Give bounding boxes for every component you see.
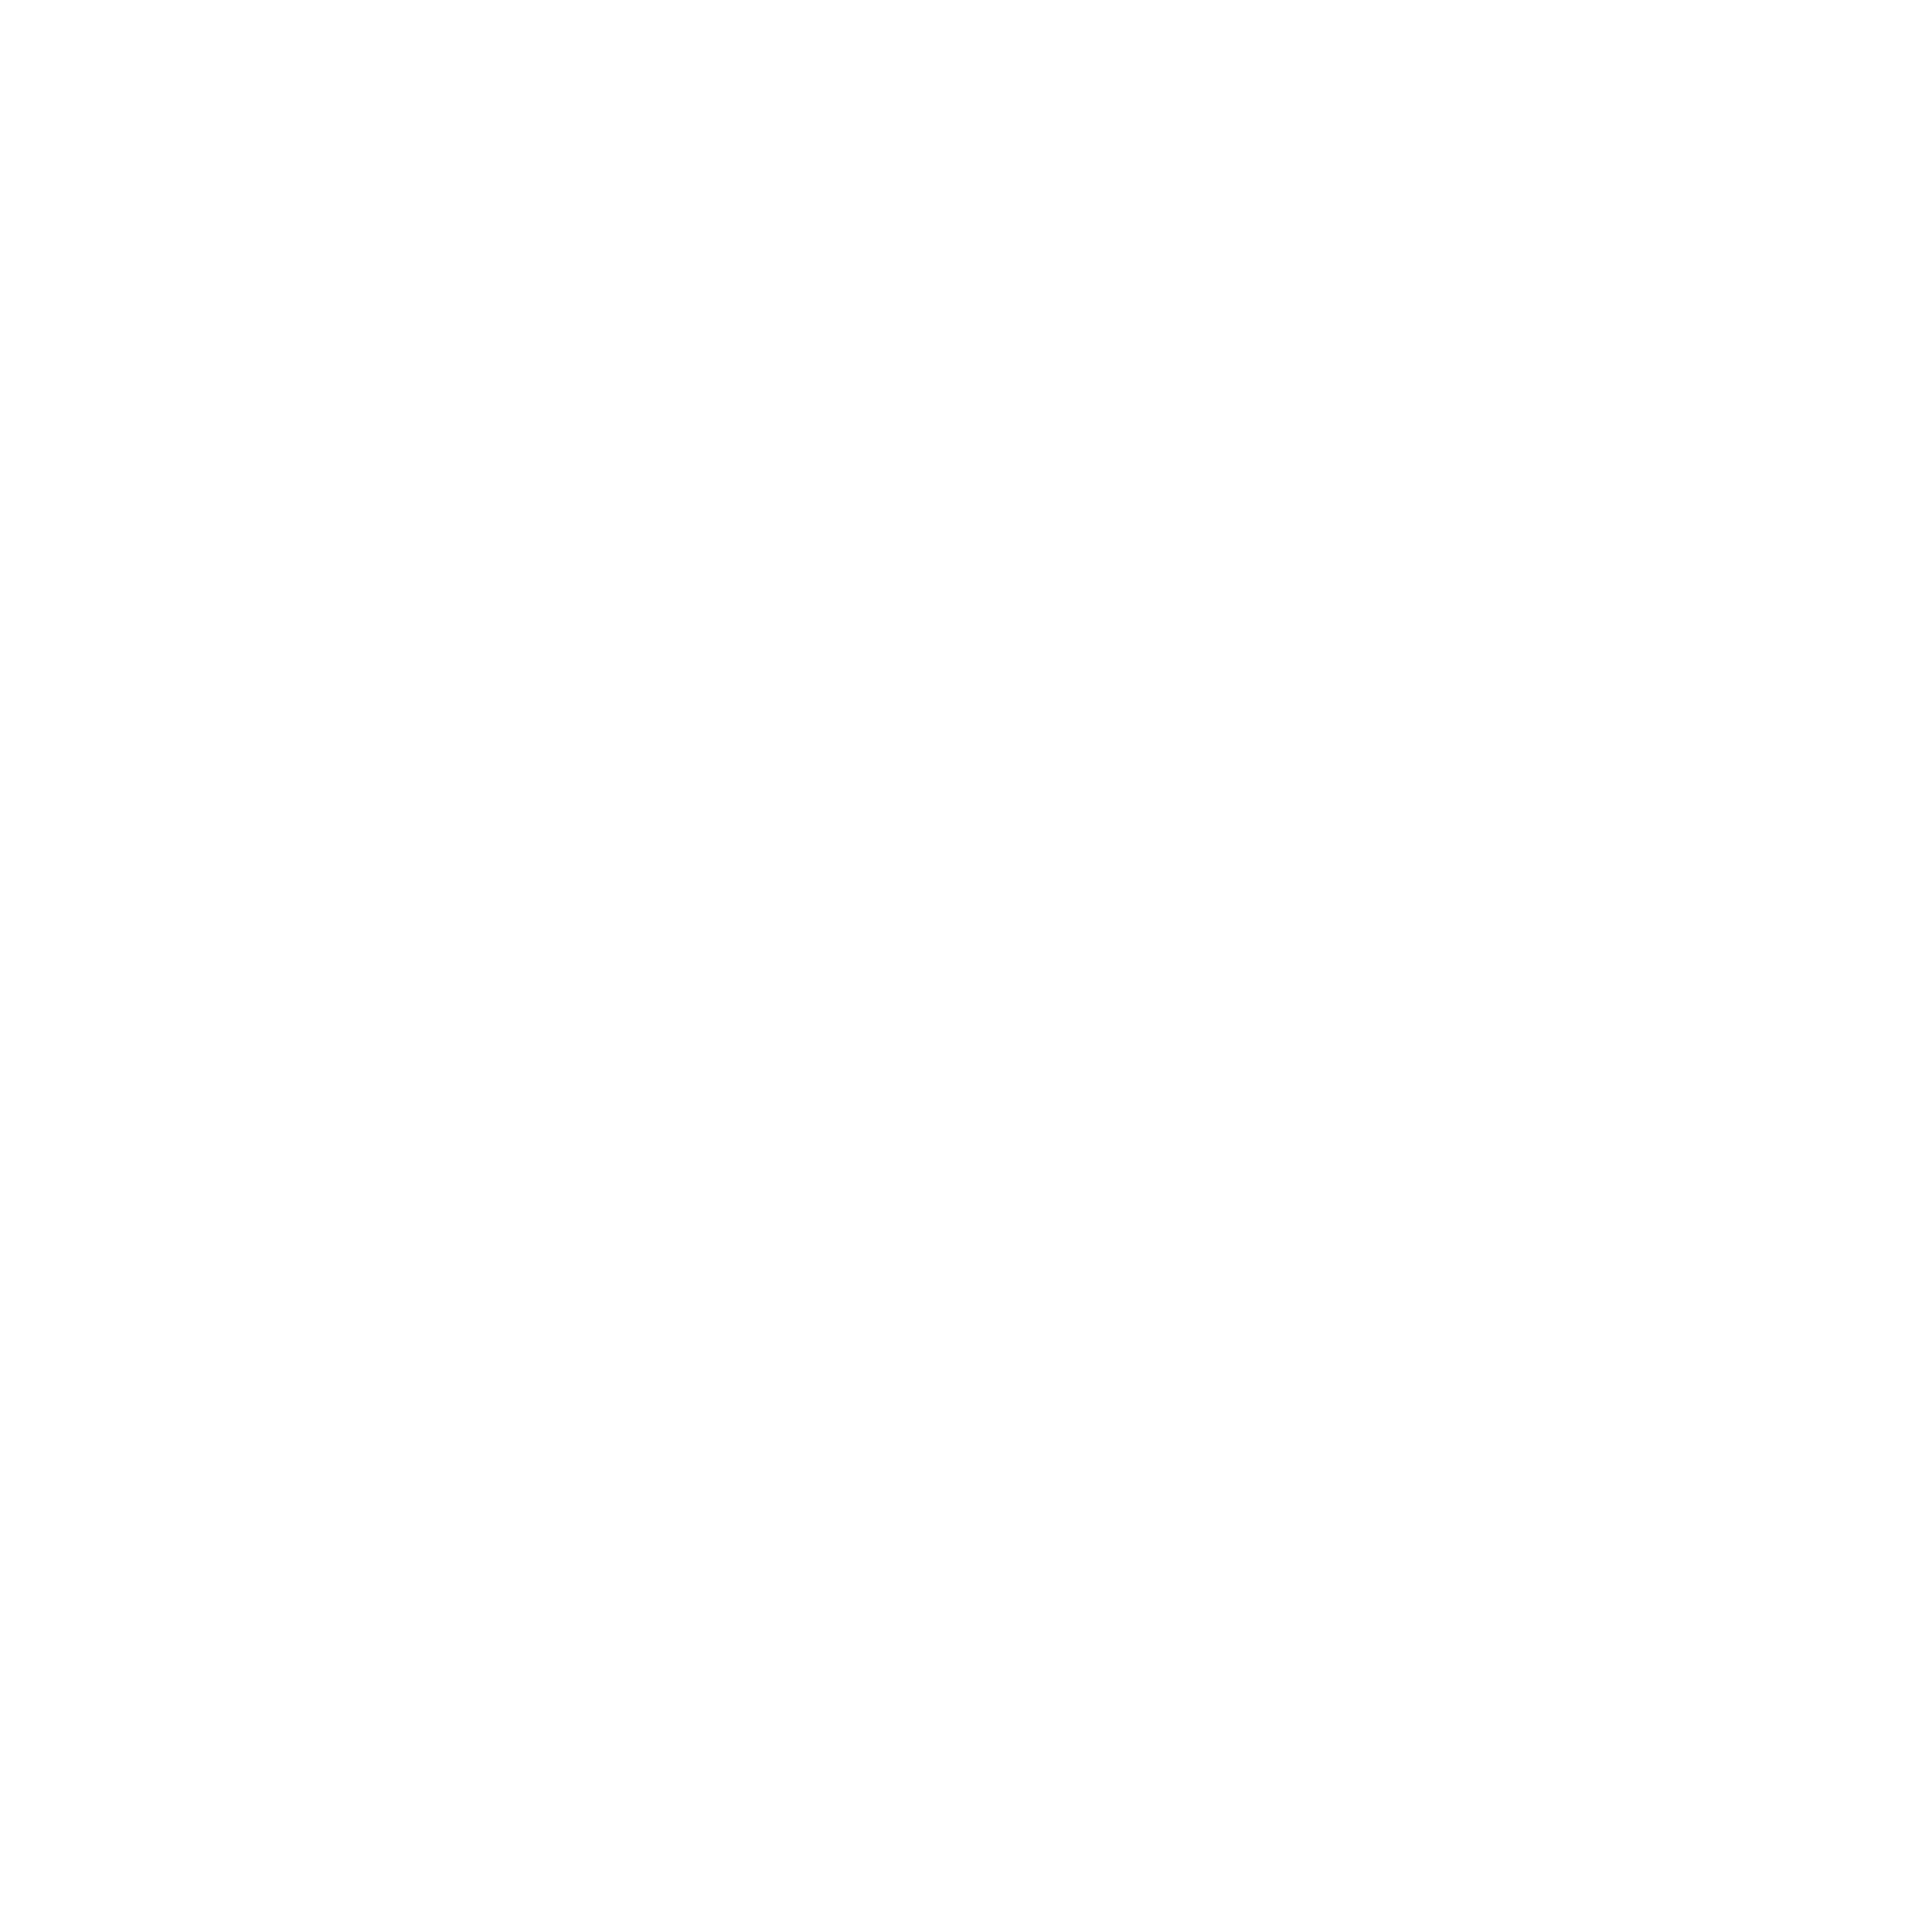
product-scene	[0, 0, 1932, 1932]
chess-set-photo	[0, 0, 1932, 1932]
